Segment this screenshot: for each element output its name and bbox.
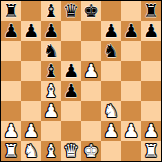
square-f2[interactable]: ♟ bbox=[101, 121, 121, 141]
black-king[interactable]: ♚ bbox=[83, 1, 99, 21]
square-h8[interactable]: ♜ bbox=[141, 1, 161, 21]
square-f8[interactable] bbox=[101, 1, 121, 21]
black-rook[interactable]: ♜ bbox=[3, 1, 19, 21]
square-e7[interactable] bbox=[81, 21, 101, 41]
white-pawn[interactable]: ♟ bbox=[83, 61, 99, 81]
square-b2[interactable]: ♟ bbox=[21, 121, 41, 141]
square-c1[interactable]: ♝ bbox=[41, 141, 61, 161]
square-d1[interactable]: ♛ bbox=[61, 141, 81, 161]
black-pawn[interactable]: ♟ bbox=[103, 21, 119, 41]
square-e8[interactable]: ♚ bbox=[81, 1, 101, 21]
white-king[interactable]: ♚ bbox=[83, 141, 99, 161]
black-pawn[interactable]: ♟ bbox=[63, 81, 79, 101]
board-grid: ♜♝♛♚♜♟♟♟♟♟♟♞♞♝♟♟♝♟♟♞♟♟♟♟♟♜♞♝♛♚♜ bbox=[1, 1, 161, 161]
square-e1[interactable]: ♚ bbox=[81, 141, 101, 161]
white-rook[interactable]: ♜ bbox=[143, 141, 159, 161]
square-h1[interactable]: ♜ bbox=[141, 141, 161, 161]
square-h3[interactable] bbox=[141, 101, 161, 121]
square-b4[interactable] bbox=[21, 81, 41, 101]
white-knight[interactable]: ♞ bbox=[103, 101, 119, 121]
square-g3[interactable] bbox=[121, 101, 141, 121]
black-pawn[interactable]: ♟ bbox=[143, 21, 159, 41]
square-b7[interactable]: ♟ bbox=[21, 21, 41, 41]
square-c4[interactable]: ♝ bbox=[41, 81, 61, 101]
black-pawn[interactable]: ♟ bbox=[123, 21, 139, 41]
square-a8[interactable]: ♜ bbox=[1, 1, 21, 21]
square-a1[interactable]: ♜ bbox=[1, 141, 21, 161]
black-rook[interactable]: ♜ bbox=[143, 1, 159, 21]
square-g1[interactable] bbox=[121, 141, 141, 161]
square-h4[interactable] bbox=[141, 81, 161, 101]
white-knight[interactable]: ♞ bbox=[23, 141, 39, 161]
square-d4[interactable]: ♟ bbox=[61, 81, 81, 101]
square-c7[interactable]: ♟ bbox=[41, 21, 61, 41]
black-knight[interactable]: ♞ bbox=[103, 41, 119, 61]
square-g8[interactable] bbox=[121, 1, 141, 21]
square-b3[interactable] bbox=[21, 101, 41, 121]
square-h6[interactable] bbox=[141, 41, 161, 61]
square-f5[interactable] bbox=[101, 61, 121, 81]
square-g7[interactable]: ♟ bbox=[121, 21, 141, 41]
square-b1[interactable]: ♞ bbox=[21, 141, 41, 161]
black-pawn[interactable]: ♟ bbox=[43, 21, 59, 41]
black-queen[interactable]: ♛ bbox=[63, 1, 79, 21]
square-c5[interactable]: ♝ bbox=[41, 61, 61, 81]
chess-board: ♜♝♛♚♜♟♟♟♟♟♟♞♞♝♟♟♝♟♟♞♟♟♟♟♟♜♞♝♛♚♜ bbox=[0, 0, 162, 162]
black-bishop[interactable]: ♝ bbox=[43, 61, 59, 81]
white-pawn[interactable]: ♟ bbox=[103, 121, 119, 141]
square-g5[interactable] bbox=[121, 61, 141, 81]
square-d2[interactable] bbox=[61, 121, 81, 141]
black-pawn[interactable]: ♟ bbox=[63, 61, 79, 81]
square-e2[interactable] bbox=[81, 121, 101, 141]
square-d6[interactable] bbox=[61, 41, 81, 61]
black-knight[interactable]: ♞ bbox=[43, 41, 59, 61]
square-g6[interactable] bbox=[121, 41, 141, 61]
white-queen[interactable]: ♛ bbox=[63, 141, 79, 161]
square-f1[interactable] bbox=[101, 141, 121, 161]
square-g4[interactable] bbox=[121, 81, 141, 101]
square-e3[interactable] bbox=[81, 101, 101, 121]
square-d3[interactable] bbox=[61, 101, 81, 121]
square-a3[interactable] bbox=[1, 101, 21, 121]
square-c3[interactable]: ♟ bbox=[41, 101, 61, 121]
square-d5[interactable]: ♟ bbox=[61, 61, 81, 81]
white-bishop[interactable]: ♝ bbox=[43, 81, 59, 101]
white-pawn[interactable]: ♟ bbox=[123, 121, 139, 141]
square-a7[interactable]: ♟ bbox=[1, 21, 21, 41]
white-bishop[interactable]: ♝ bbox=[43, 141, 59, 161]
square-b8[interactable] bbox=[21, 1, 41, 21]
square-a5[interactable] bbox=[1, 61, 21, 81]
white-pawn[interactable]: ♟ bbox=[23, 121, 39, 141]
square-h5[interactable] bbox=[141, 61, 161, 81]
square-h7[interactable]: ♟ bbox=[141, 21, 161, 41]
square-a6[interactable] bbox=[1, 41, 21, 61]
square-c8[interactable]: ♝ bbox=[41, 1, 61, 21]
square-a2[interactable]: ♟ bbox=[1, 121, 21, 141]
square-a4[interactable] bbox=[1, 81, 21, 101]
square-e4[interactable] bbox=[81, 81, 101, 101]
square-b6[interactable] bbox=[21, 41, 41, 61]
square-b5[interactable] bbox=[21, 61, 41, 81]
square-d8[interactable]: ♛ bbox=[61, 1, 81, 21]
white-rook[interactable]: ♜ bbox=[3, 141, 19, 161]
black-pawn[interactable]: ♟ bbox=[23, 21, 39, 41]
square-f6[interactable]: ♞ bbox=[101, 41, 121, 61]
white-pawn[interactable]: ♟ bbox=[3, 121, 19, 141]
square-h2[interactable]: ♟ bbox=[141, 121, 161, 141]
square-e6[interactable] bbox=[81, 41, 101, 61]
white-pawn[interactable]: ♟ bbox=[143, 121, 159, 141]
square-d7[interactable] bbox=[61, 21, 81, 41]
square-c6[interactable]: ♞ bbox=[41, 41, 61, 61]
square-c2[interactable] bbox=[41, 121, 61, 141]
square-e5[interactable]: ♟ bbox=[81, 61, 101, 81]
white-pawn[interactable]: ♟ bbox=[43, 101, 59, 121]
black-bishop[interactable]: ♝ bbox=[43, 1, 59, 21]
square-f3[interactable]: ♞ bbox=[101, 101, 121, 121]
black-pawn[interactable]: ♟ bbox=[3, 21, 19, 41]
square-f4[interactable] bbox=[101, 81, 121, 101]
square-g2[interactable]: ♟ bbox=[121, 121, 141, 141]
square-f7[interactable]: ♟ bbox=[101, 21, 121, 41]
